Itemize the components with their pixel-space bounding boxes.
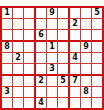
sudoku-board: 19526819243257384 (0, 6, 104, 110)
given-cell-r8c8[interactable]: 8 (81, 87, 92, 98)
cell-r6c8[interactable] (81, 64, 92, 76)
cell-r5c4[interactable] (36, 53, 47, 64)
cell-r1c8[interactable] (81, 8, 92, 19)
cell-r8c9[interactable] (92, 87, 102, 98)
given-cell-r6c5[interactable]: 3 (47, 64, 58, 76)
cell-r4c2[interactable] (13, 42, 24, 53)
cell-r6c3[interactable] (24, 64, 36, 76)
cell-r1c7[interactable] (70, 8, 81, 19)
cell-r1c3[interactable] (24, 8, 36, 19)
cell-r9c7[interactable] (70, 98, 81, 108)
cell-r2c9[interactable] (92, 19, 102, 30)
cell-r5c3[interactable] (24, 53, 36, 64)
cell-r1c6[interactable] (58, 8, 70, 19)
given-cell-r7c4[interactable]: 2 (36, 76, 47, 87)
cell-r3c6[interactable] (58, 30, 70, 42)
cell-r6c9[interactable] (92, 64, 102, 76)
cell-r3c2[interactable] (13, 30, 24, 42)
given-cell-r8c1[interactable]: 3 (2, 87, 13, 98)
cell-r2c3[interactable] (24, 19, 36, 30)
cell-r6c4[interactable] (36, 64, 47, 76)
cell-r3c9[interactable] (92, 30, 102, 42)
cell-r3c5[interactable] (47, 30, 58, 42)
given-cell-r4c5[interactable]: 1 (47, 42, 58, 53)
cell-r6c1[interactable] (2, 64, 13, 76)
given-cell-r4c8[interactable]: 9 (81, 42, 92, 53)
cell-r7c2[interactable] (13, 76, 24, 87)
cell-r2c1[interactable] (2, 19, 13, 30)
cell-r8c5[interactable] (47, 87, 58, 98)
given-cell-r7c6[interactable]: 5 (58, 76, 70, 87)
cell-r9c3[interactable] (24, 98, 36, 108)
given-cell-r1c1[interactable]: 1 (2, 8, 13, 19)
given-cell-r1c5[interactable]: 9 (47, 8, 58, 19)
cell-r7c3[interactable] (24, 76, 36, 87)
given-cell-r2c7[interactable]: 2 (70, 19, 81, 30)
cell-r8c2[interactable] (13, 87, 24, 98)
cell-r9c9[interactable] (92, 98, 102, 108)
cell-r7c8[interactable] (81, 76, 92, 87)
cell-r1c2[interactable] (13, 8, 24, 19)
cell-r8c7[interactable] (70, 87, 81, 98)
cell-r2c5[interactable] (47, 19, 58, 30)
cell-r6c6[interactable] (58, 64, 70, 76)
cell-r3c3[interactable] (24, 30, 36, 42)
cell-r4c4[interactable] (36, 42, 47, 53)
cell-r3c1[interactable] (2, 30, 13, 42)
cell-r8c3[interactable] (24, 87, 36, 98)
given-cell-r3c4[interactable]: 6 (36, 30, 47, 42)
cell-r5c9[interactable] (92, 53, 102, 64)
given-cell-r5c7[interactable]: 4 (70, 53, 81, 64)
cell-r2c4[interactable] (36, 19, 47, 30)
cell-r9c8[interactable] (81, 98, 92, 108)
cell-r2c2[interactable] (13, 19, 24, 30)
cell-r5c5[interactable] (47, 53, 58, 64)
cell-r4c3[interactable] (24, 42, 36, 53)
cell-r8c6[interactable] (58, 87, 70, 98)
given-cell-r1c9[interactable]: 5 (92, 8, 102, 19)
cell-r5c8[interactable] (81, 53, 92, 64)
cell-r4c6[interactable] (58, 42, 70, 53)
cell-r9c1[interactable] (2, 98, 13, 108)
given-cell-r7c7[interactable]: 7 (70, 76, 81, 87)
cell-r9c2[interactable] (13, 98, 24, 108)
cell-r2c8[interactable] (81, 19, 92, 30)
cell-r4c9[interactable] (92, 42, 102, 53)
cell-r5c1[interactable] (2, 53, 13, 64)
cell-r3c8[interactable] (81, 30, 92, 42)
cell-r4c7[interactable] (70, 42, 81, 53)
cell-r9c5[interactable] (47, 98, 58, 108)
cell-r3c7[interactable] (70, 30, 81, 42)
cell-r1c4[interactable] (36, 8, 47, 19)
cell-r9c6[interactable] (58, 98, 70, 108)
cell-r6c7[interactable] (70, 64, 81, 76)
given-cell-r4c1[interactable]: 8 (2, 42, 13, 53)
cell-r7c9[interactable] (92, 76, 102, 87)
cell-r8c4[interactable] (36, 87, 47, 98)
cell-r6c2[interactable] (13, 64, 24, 76)
given-cell-r9c4[interactable]: 4 (36, 98, 47, 108)
given-cell-r5c2[interactable]: 2 (13, 53, 24, 64)
cell-r7c5[interactable] (47, 76, 58, 87)
cell-r5c6[interactable] (58, 53, 70, 64)
cell-r2c6[interactable] (58, 19, 70, 30)
cell-r7c1[interactable] (2, 76, 13, 87)
